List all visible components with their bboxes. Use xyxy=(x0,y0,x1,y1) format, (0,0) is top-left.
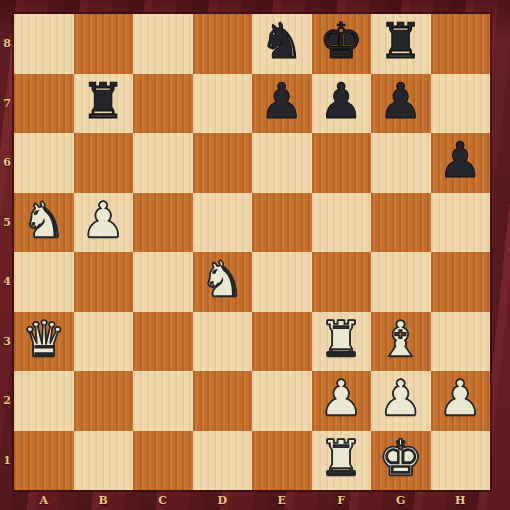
file-label-h: H xyxy=(431,490,491,510)
square-b7[interactable]: ♜ xyxy=(74,74,134,134)
square-f3[interactable]: ♜ xyxy=(312,312,372,372)
square-e1[interactable] xyxy=(252,431,312,491)
square-d5[interactable] xyxy=(193,193,253,253)
square-c7[interactable] xyxy=(133,74,193,134)
square-d1[interactable] xyxy=(193,431,253,491)
file-label-c: C xyxy=(133,490,193,510)
rank-label-7: 7 xyxy=(0,74,14,134)
square-h6[interactable]: ♟ xyxy=(431,133,491,193)
square-g2[interactable]: ♟ xyxy=(371,371,431,431)
square-g5[interactable] xyxy=(371,193,431,253)
square-a8[interactable] xyxy=(14,14,74,74)
square-a2[interactable] xyxy=(14,371,74,431)
square-f7[interactable]: ♟ xyxy=(312,74,372,134)
file-labels: ABCDEFGH xyxy=(14,490,490,510)
square-h2[interactable]: ♟ xyxy=(431,371,491,431)
square-c1[interactable] xyxy=(133,431,193,491)
rank-label-3: 3 xyxy=(0,312,14,372)
black-pawn-piece[interactable]: ♟ xyxy=(260,77,304,126)
square-d6[interactable] xyxy=(193,133,253,193)
square-c5[interactable] xyxy=(133,193,193,253)
square-e7[interactable]: ♟ xyxy=(252,74,312,134)
square-a5[interactable]: ♞ xyxy=(14,193,74,253)
rank-label-1: 1 xyxy=(0,431,14,491)
square-d2[interactable] xyxy=(193,371,253,431)
square-d3[interactable] xyxy=(193,312,253,372)
square-a4[interactable] xyxy=(14,252,74,312)
square-g8[interactable]: ♜ xyxy=(371,14,431,74)
square-b5[interactable]: ♟ xyxy=(74,193,134,253)
square-b6[interactable] xyxy=(74,133,134,193)
rank-label-2: 2 xyxy=(0,371,14,431)
white-king-piece[interactable]: ♚ xyxy=(379,434,423,483)
square-f6[interactable] xyxy=(312,133,372,193)
square-b1[interactable] xyxy=(74,431,134,491)
square-h4[interactable] xyxy=(431,252,491,312)
square-f5[interactable] xyxy=(312,193,372,253)
white-rook-piece[interactable]: ♜ xyxy=(319,434,363,483)
white-pawn-piece[interactable]: ♟ xyxy=(319,374,363,423)
square-e4[interactable] xyxy=(252,252,312,312)
black-knight-piece[interactable]: ♞ xyxy=(260,17,304,66)
file-label-e: E xyxy=(252,490,312,510)
square-c3[interactable] xyxy=(133,312,193,372)
square-e2[interactable] xyxy=(252,371,312,431)
square-f8[interactable]: ♚ xyxy=(312,14,372,74)
file-label-f: F xyxy=(312,490,372,510)
black-pawn-piece[interactable]: ♟ xyxy=(379,77,423,126)
black-king-piece[interactable]: ♚ xyxy=(319,17,363,66)
square-d7[interactable] xyxy=(193,74,253,134)
rank-label-6: 6 xyxy=(0,133,14,193)
square-e5[interactable] xyxy=(252,193,312,253)
square-c8[interactable] xyxy=(133,14,193,74)
square-g4[interactable] xyxy=(371,252,431,312)
file-label-b: B xyxy=(74,490,134,510)
white-rook-piece[interactable]: ♜ xyxy=(319,315,363,364)
white-pawn-piece[interactable]: ♟ xyxy=(81,196,125,245)
white-bishop-piece[interactable]: ♝ xyxy=(379,315,423,364)
rank-label-5: 5 xyxy=(0,193,14,253)
rank-label-8: 8 xyxy=(0,14,14,74)
white-knight-piece[interactable]: ♞ xyxy=(22,196,66,245)
square-b4[interactable] xyxy=(74,252,134,312)
file-label-d: D xyxy=(193,490,253,510)
square-c4[interactable] xyxy=(133,252,193,312)
square-g3[interactable]: ♝ xyxy=(371,312,431,372)
white-queen-piece[interactable]: ♛ xyxy=(22,315,66,364)
black-rook-piece[interactable]: ♜ xyxy=(379,17,423,66)
white-pawn-piece[interactable]: ♟ xyxy=(379,374,423,423)
square-e3[interactable] xyxy=(252,312,312,372)
black-rook-piece[interactable]: ♜ xyxy=(81,77,125,126)
square-e8[interactable]: ♞ xyxy=(252,14,312,74)
square-g1[interactable]: ♚ xyxy=(371,431,431,491)
square-a7[interactable] xyxy=(14,74,74,134)
square-f2[interactable]: ♟ xyxy=(312,371,372,431)
file-label-a: A xyxy=(14,490,74,510)
square-c6[interactable] xyxy=(133,133,193,193)
black-pawn-piece[interactable]: ♟ xyxy=(319,77,363,126)
board: ♞♚♜♜♟♟♟♟♞♟♞♛♜♝♟♟♟♜♚ xyxy=(14,14,490,490)
square-a1[interactable] xyxy=(14,431,74,491)
square-e6[interactable] xyxy=(252,133,312,193)
square-f1[interactable]: ♜ xyxy=(312,431,372,491)
file-label-g: G xyxy=(371,490,431,510)
white-knight-piece[interactable]: ♞ xyxy=(200,255,244,304)
square-c2[interactable] xyxy=(133,371,193,431)
square-d8[interactable] xyxy=(193,14,253,74)
board-frame: ♞♚♜♜♟♟♟♟♞♟♞♛♜♝♟♟♟♜♚ 87654321 ABCDEFGH xyxy=(0,0,510,510)
square-h5[interactable] xyxy=(431,193,491,253)
square-h7[interactable] xyxy=(431,74,491,134)
square-b3[interactable] xyxy=(74,312,134,372)
square-g6[interactable] xyxy=(371,133,431,193)
square-h8[interactable] xyxy=(431,14,491,74)
square-h1[interactable] xyxy=(431,431,491,491)
square-a6[interactable] xyxy=(14,133,74,193)
rank-label-4: 4 xyxy=(0,252,14,312)
square-d4[interactable]: ♞ xyxy=(193,252,253,312)
black-pawn-piece[interactable]: ♟ xyxy=(438,136,482,185)
square-b2[interactable] xyxy=(74,371,134,431)
square-b8[interactable] xyxy=(74,14,134,74)
white-pawn-piece[interactable]: ♟ xyxy=(438,374,482,423)
square-f4[interactable] xyxy=(312,252,372,312)
square-h3[interactable] xyxy=(431,312,491,372)
square-g7[interactable]: ♟ xyxy=(371,74,431,134)
square-a3[interactable]: ♛ xyxy=(14,312,74,372)
rank-labels: 87654321 xyxy=(0,14,14,490)
